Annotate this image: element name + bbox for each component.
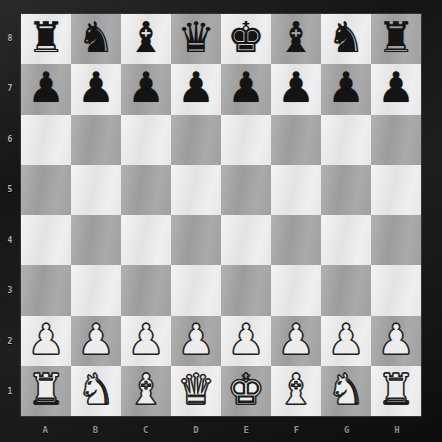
rank-labels: 87654321 (0, 13, 20, 417)
square-h7[interactable]: ♟ (371, 64, 421, 114)
piece-white-pawn[interactable]: ♟ (127, 319, 165, 361)
square-g3[interactable] (321, 265, 371, 315)
piece-white-pawn[interactable]: ♟ (177, 319, 215, 361)
square-e4[interactable] (221, 215, 271, 265)
chess-board-frame: 87654321 ABCDEFGH ♜♞♝♛♚♝♞♜♟♟♟♟♟♟♟♟♟♟♟♟♟♟… (0, 0, 442, 442)
square-b5[interactable] (71, 165, 121, 215)
rank-label-7: 7 (0, 64, 20, 115)
piece-black-bishop[interactable]: ♝ (127, 17, 165, 59)
square-d3[interactable] (171, 265, 221, 315)
rank-label-8: 8 (0, 13, 20, 64)
square-b7[interactable]: ♟ (71, 64, 121, 114)
piece-white-pawn[interactable]: ♟ (227, 319, 265, 361)
square-g6[interactable] (321, 115, 371, 165)
piece-black-king[interactable]: ♚ (227, 17, 265, 59)
square-c6[interactable] (121, 115, 171, 165)
file-label-h: H (372, 417, 422, 442)
piece-white-rook[interactable]: ♜ (27, 369, 65, 411)
square-c4[interactable] (121, 215, 171, 265)
square-g7[interactable]: ♟ (321, 64, 371, 114)
piece-black-pawn[interactable]: ♟ (227, 67, 265, 109)
piece-black-queen[interactable]: ♛ (177, 17, 215, 59)
square-a3[interactable] (21, 265, 71, 315)
rank-label-2: 2 (0, 316, 20, 367)
piece-white-pawn[interactable]: ♟ (327, 319, 365, 361)
square-h8[interactable]: ♜ (371, 14, 421, 64)
square-f6[interactable] (271, 115, 321, 165)
piece-black-knight[interactable]: ♞ (327, 17, 365, 59)
piece-white-queen[interactable]: ♛ (177, 369, 215, 411)
piece-black-pawn[interactable]: ♟ (77, 67, 115, 109)
piece-black-bishop[interactable]: ♝ (277, 17, 315, 59)
square-e5[interactable] (221, 165, 271, 215)
file-labels: ABCDEFGH (20, 417, 422, 442)
file-label-a: A (20, 417, 70, 442)
piece-white-pawn[interactable]: ♟ (27, 319, 65, 361)
piece-white-bishop[interactable]: ♝ (277, 369, 315, 411)
chess-board: ♜♞♝♛♚♝♞♜♟♟♟♟♟♟♟♟♟♟♟♟♟♟♟♟♜♞♝♛♚♝♞♜ (20, 13, 422, 417)
square-c5[interactable] (121, 165, 171, 215)
square-c2[interactable]: ♟ (121, 316, 171, 366)
file-label-c: C (121, 417, 171, 442)
square-e2[interactable]: ♟ (221, 316, 271, 366)
square-b8[interactable]: ♞ (71, 14, 121, 64)
square-a5[interactable] (21, 165, 71, 215)
piece-black-rook[interactable]: ♜ (377, 17, 415, 59)
rank-label-6: 6 (0, 114, 20, 165)
file-label-b: B (70, 417, 120, 442)
file-label-f: F (271, 417, 321, 442)
square-d4[interactable] (171, 215, 221, 265)
square-f4[interactable] (271, 215, 321, 265)
piece-black-pawn[interactable]: ♟ (127, 67, 165, 109)
square-g5[interactable] (321, 165, 371, 215)
square-e1[interactable]: ♚ (221, 366, 271, 416)
square-g2[interactable]: ♟ (321, 316, 371, 366)
piece-white-king[interactable]: ♚ (227, 369, 265, 411)
square-a7[interactable]: ♟ (21, 64, 71, 114)
square-b4[interactable] (71, 215, 121, 265)
square-e6[interactable] (221, 115, 271, 165)
piece-white-rook[interactable]: ♜ (377, 369, 415, 411)
square-d7[interactable]: ♟ (171, 64, 221, 114)
rank-label-1: 1 (0, 367, 20, 418)
piece-white-pawn[interactable]: ♟ (77, 319, 115, 361)
square-f5[interactable] (271, 165, 321, 215)
square-a1[interactable]: ♜ (21, 366, 71, 416)
square-b2[interactable]: ♟ (71, 316, 121, 366)
square-h5[interactable] (371, 165, 421, 215)
square-a4[interactable] (21, 215, 71, 265)
file-label-d: D (171, 417, 221, 442)
square-d2[interactable]: ♟ (171, 316, 221, 366)
square-f1[interactable]: ♝ (271, 366, 321, 416)
square-c3[interactable] (121, 265, 171, 315)
square-a6[interactable] (21, 115, 71, 165)
square-h4[interactable] (371, 215, 421, 265)
square-e3[interactable] (221, 265, 271, 315)
square-g8[interactable]: ♞ (321, 14, 371, 64)
piece-black-pawn[interactable]: ♟ (327, 67, 365, 109)
piece-white-pawn[interactable]: ♟ (377, 319, 415, 361)
square-h3[interactable] (371, 265, 421, 315)
rank-label-4: 4 (0, 215, 20, 266)
piece-black-knight[interactable]: ♞ (77, 17, 115, 59)
piece-black-rook[interactable]: ♜ (27, 17, 65, 59)
file-label-g: G (322, 417, 372, 442)
square-f8[interactable]: ♝ (271, 14, 321, 64)
rank-label-5: 5 (0, 165, 20, 216)
square-b3[interactable] (71, 265, 121, 315)
square-c8[interactable]: ♝ (121, 14, 171, 64)
square-d8[interactable]: ♛ (171, 14, 221, 64)
piece-white-knight[interactable]: ♞ (327, 369, 365, 411)
square-d5[interactable] (171, 165, 221, 215)
square-c1[interactable]: ♝ (121, 366, 171, 416)
square-d6[interactable] (171, 115, 221, 165)
square-f2[interactable]: ♟ (271, 316, 321, 366)
piece-white-knight[interactable]: ♞ (77, 369, 115, 411)
square-h2[interactable]: ♟ (371, 316, 421, 366)
square-a8[interactable]: ♜ (21, 14, 71, 64)
square-b6[interactable] (71, 115, 121, 165)
file-label-e: E (221, 417, 271, 442)
square-d1[interactable]: ♛ (171, 366, 221, 416)
piece-black-pawn[interactable]: ♟ (277, 67, 315, 109)
rank-label-3: 3 (0, 266, 20, 317)
square-b1[interactable]: ♞ (71, 366, 121, 416)
square-e7[interactable]: ♟ (221, 64, 271, 114)
square-f7[interactable]: ♟ (271, 64, 321, 114)
piece-white-bishop[interactable]: ♝ (127, 369, 165, 411)
square-f3[interactable] (271, 265, 321, 315)
piece-black-pawn[interactable]: ♟ (177, 67, 215, 109)
square-g1[interactable]: ♞ (321, 366, 371, 416)
square-h6[interactable] (371, 115, 421, 165)
square-a2[interactable]: ♟ (21, 316, 71, 366)
square-g4[interactable] (321, 215, 371, 265)
square-e8[interactable]: ♚ (221, 14, 271, 64)
piece-black-pawn[interactable]: ♟ (27, 67, 65, 109)
square-c7[interactable]: ♟ (121, 64, 171, 114)
square-h1[interactable]: ♜ (371, 366, 421, 416)
piece-white-pawn[interactable]: ♟ (277, 319, 315, 361)
piece-black-pawn[interactable]: ♟ (377, 67, 415, 109)
